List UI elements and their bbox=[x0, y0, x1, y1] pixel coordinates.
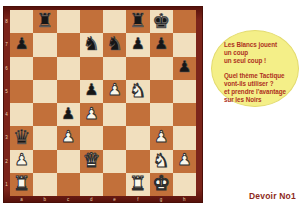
file-label-h: h bbox=[173, 196, 196, 203]
square-c8 bbox=[57, 10, 80, 33]
square-g8: ♚ bbox=[150, 10, 173, 33]
square-f5: ♞ bbox=[126, 80, 149, 103]
piece-black-knight-d7: ♞ bbox=[83, 34, 100, 53]
piece-white-pawn-h2: ♟ bbox=[177, 152, 191, 168]
piece-white-pawn-a2: ♟ bbox=[14, 152, 28, 168]
file-label-d: d bbox=[80, 196, 103, 203]
square-b8: ♜ bbox=[33, 10, 56, 33]
square-c5 bbox=[57, 80, 80, 103]
square-e2 bbox=[103, 150, 126, 173]
rank-label-4: 4 bbox=[3, 103, 10, 126]
piece-black-pawn-g7: ♟ bbox=[154, 36, 168, 52]
file-label-b: b bbox=[33, 196, 56, 203]
square-d8 bbox=[80, 10, 103, 33]
square-h5 bbox=[173, 80, 196, 103]
square-a3: ♛ bbox=[10, 126, 33, 149]
piece-white-king-g1: ♚ bbox=[152, 173, 170, 193]
square-e3 bbox=[103, 126, 126, 149]
bubble-line-6: et prendre l'avantage bbox=[224, 88, 298, 96]
square-a7: ♟ bbox=[10, 33, 33, 56]
piece-black-pawn-a7: ♟ bbox=[14, 36, 28, 52]
square-f2 bbox=[126, 150, 149, 173]
piece-white-rook-a1: ♜ bbox=[13, 174, 30, 193]
piece-black-rook-f8: ♜ bbox=[129, 11, 146, 30]
square-c6 bbox=[57, 57, 80, 80]
square-b3 bbox=[33, 126, 56, 149]
square-e4 bbox=[103, 103, 126, 126]
bubble-line-4: Quel thème Tactique bbox=[224, 72, 298, 80]
rank-labels: 87654321 bbox=[3, 10, 10, 196]
piece-white-pawn-g3: ♟ bbox=[154, 129, 168, 145]
worksheet-page: 87654321 ♜♜♚♟♞♞♟♟♟♟♟♞♟♟♛♟♟♟♛♞♟♜♜♚ abcdef… bbox=[0, 0, 300, 212]
piece-white-rook-f1: ♜ bbox=[129, 174, 146, 193]
piece-white-knight-f5: ♞ bbox=[129, 81, 146, 100]
square-b1 bbox=[33, 173, 56, 196]
piece-black-pawn-c4: ♟ bbox=[61, 106, 75, 122]
rank-label-2: 2 bbox=[3, 150, 10, 173]
square-d5: ♟ bbox=[80, 80, 103, 103]
rank-label-8: 8 bbox=[3, 10, 10, 33]
piece-black-king-g8: ♚ bbox=[152, 11, 170, 31]
square-h6: ♟ bbox=[173, 57, 196, 80]
square-f6 bbox=[126, 57, 149, 80]
speech-bubble: Les Blancs jouent un coup un seul coup !… bbox=[211, 30, 299, 107]
rank-label-7: 7 bbox=[3, 33, 10, 56]
square-a2: ♟ bbox=[10, 150, 33, 173]
file-label-a: a bbox=[10, 196, 33, 203]
square-f1: ♜ bbox=[126, 173, 149, 196]
bubble-line-5: vont-ils utiliser ? bbox=[224, 80, 298, 88]
square-h1 bbox=[173, 173, 196, 196]
bubble-line-7: sur les Noirs bbox=[224, 96, 298, 104]
square-b5 bbox=[33, 80, 56, 103]
square-b2 bbox=[33, 150, 56, 173]
piece-white-knight-g2: ♞ bbox=[153, 151, 170, 170]
square-c2 bbox=[57, 150, 80, 173]
square-e7: ♞ bbox=[103, 33, 126, 56]
square-c3: ♟ bbox=[57, 126, 80, 149]
square-d7: ♞ bbox=[80, 33, 103, 56]
piece-white-pawn-d4: ♟ bbox=[84, 106, 98, 122]
square-g2: ♞ bbox=[150, 150, 173, 173]
bubble-line-3: un seul coup ! bbox=[224, 57, 298, 65]
square-b6 bbox=[33, 57, 56, 80]
square-c1 bbox=[57, 173, 80, 196]
rank-label-5: 5 bbox=[3, 80, 10, 103]
square-f8: ♜ bbox=[126, 10, 149, 33]
rank-label-3: 3 bbox=[3, 126, 10, 149]
square-d2: ♛ bbox=[80, 150, 103, 173]
square-e6 bbox=[103, 57, 126, 80]
square-d3 bbox=[80, 126, 103, 149]
file-label-c: c bbox=[57, 196, 80, 203]
square-b4 bbox=[33, 103, 56, 126]
square-a4 bbox=[10, 103, 33, 126]
square-f7: ♟ bbox=[126, 33, 149, 56]
piece-white-pawn-e5: ♟ bbox=[107, 82, 121, 98]
square-a1: ♜ bbox=[10, 173, 33, 196]
bubble-line-1: Les Blancs jouent bbox=[224, 41, 298, 49]
square-g4 bbox=[150, 103, 173, 126]
square-c7 bbox=[57, 33, 80, 56]
bubble-line-2: un coup bbox=[224, 49, 298, 57]
square-d1 bbox=[80, 173, 103, 196]
square-c4: ♟ bbox=[57, 103, 80, 126]
square-g5 bbox=[150, 80, 173, 103]
square-h8 bbox=[173, 10, 196, 33]
file-labels: abcdefgh bbox=[10, 196, 196, 203]
board-grid: ♜♜♚♟♞♞♟♟♟♟♟♞♟♟♛♟♟♟♛♞♟♜♜♚ bbox=[10, 10, 196, 196]
square-h4 bbox=[173, 103, 196, 126]
square-g1: ♚ bbox=[150, 173, 173, 196]
square-h2: ♟ bbox=[173, 150, 196, 173]
square-d6 bbox=[80, 57, 103, 80]
square-e5: ♟ bbox=[103, 80, 126, 103]
rank-label-6: 6 bbox=[3, 57, 10, 80]
square-g3: ♟ bbox=[150, 126, 173, 149]
square-d4: ♟ bbox=[80, 103, 103, 126]
piece-white-queen-d2: ♛ bbox=[82, 150, 100, 170]
piece-black-pawn-h6: ♟ bbox=[177, 59, 191, 75]
piece-black-queen-a3: ♛ bbox=[13, 127, 31, 147]
square-f4 bbox=[126, 103, 149, 126]
square-h3 bbox=[173, 126, 196, 149]
square-e8 bbox=[103, 10, 126, 33]
square-a6 bbox=[10, 57, 33, 80]
square-b7 bbox=[33, 33, 56, 56]
square-a8 bbox=[10, 10, 33, 33]
rank-label-1: 1 bbox=[3, 173, 10, 196]
square-f3 bbox=[126, 126, 149, 149]
square-g6 bbox=[150, 57, 173, 80]
piece-black-pawn-d5: ♟ bbox=[84, 82, 98, 98]
square-g7: ♟ bbox=[150, 33, 173, 56]
square-a5 bbox=[10, 80, 33, 103]
square-h7 bbox=[173, 33, 196, 56]
chess-board: 87654321 ♜♜♚♟♞♞♟♟♟♟♟♞♟♟♛♟♟♟♛♞♟♜♜♚ abcdef… bbox=[3, 6, 203, 203]
piece-black-pawn-f7: ♟ bbox=[131, 36, 145, 52]
file-label-e: e bbox=[103, 196, 126, 203]
square-e1 bbox=[103, 173, 126, 196]
piece-black-knight-e7: ♞ bbox=[106, 34, 123, 53]
piece-black-rook-b8: ♜ bbox=[36, 11, 53, 30]
file-label-g: g bbox=[150, 196, 173, 203]
assignment-label: Devoir No1 bbox=[249, 191, 296, 201]
piece-white-pawn-c3: ♟ bbox=[61, 129, 75, 145]
file-label-f: f bbox=[126, 196, 149, 203]
